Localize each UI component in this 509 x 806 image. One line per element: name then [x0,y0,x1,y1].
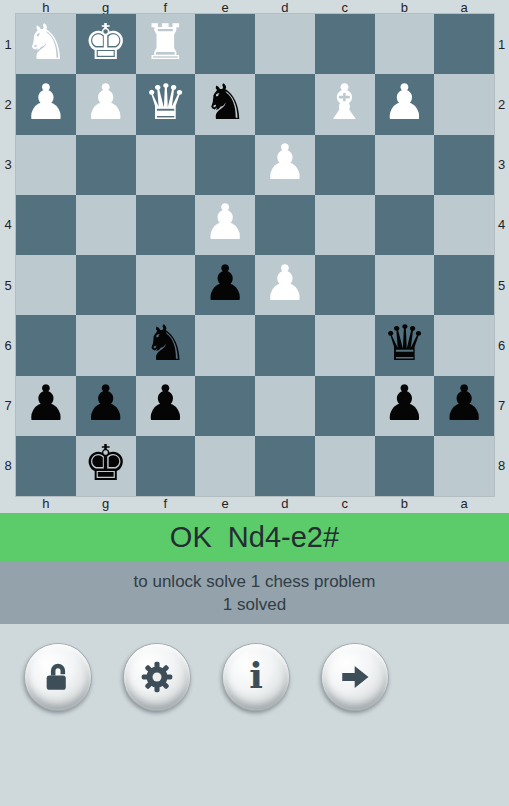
square-h3[interactable] [16,135,76,195]
file-label-h: h [16,0,76,15]
square-e7[interactable] [195,376,255,436]
unlock-button[interactable] [25,644,91,710]
piece-black-pawn: ♟ [24,379,68,428]
rank-label-1: 1 [0,14,16,74]
rank-labels-right: 12345678 [494,14,509,496]
square-f1[interactable]: ♜ [136,14,196,74]
piece-black-pawn: ♟ [143,379,187,428]
rank-label-7: 7 [0,376,16,436]
piece-black-pawn: ♟ [84,379,128,428]
square-d2[interactable] [255,74,315,134]
square-b3[interactable] [375,135,435,195]
square-g5[interactable] [76,255,136,315]
square-g2[interactable]: ♟ [76,74,136,134]
file-label-b: b [375,496,435,513]
rank-label-8: 8 [0,436,16,496]
rank-label-8: 8 [494,436,509,496]
square-b5[interactable] [375,255,435,315]
piece-white-pawn: ♟ [24,78,68,127]
square-e2[interactable]: ♞ [195,74,255,134]
square-d4[interactable] [255,195,315,255]
square-e6[interactable] [195,315,255,375]
square-b4[interactable] [375,195,435,255]
rank-label-5: 5 [0,255,16,315]
file-label-e: e [195,0,255,15]
board-area: hgfedcba 12345678 ♞♚♜♟♟♛♞♝♟♟♟♟♟♞♛♟♟♟♟♟♚ … [0,0,509,513]
rank-label-2: 2 [494,74,509,134]
square-a2[interactable] [434,74,494,134]
file-label-d: d [255,496,315,513]
piece-white-rook: ♜ [143,18,187,67]
square-e8[interactable] [195,436,255,496]
square-a4[interactable] [434,195,494,255]
info-button[interactable]: i [223,644,289,710]
unlock-icon [41,660,75,694]
square-f7[interactable]: ♟ [136,376,196,436]
square-h1[interactable]: ♞ [16,14,76,74]
square-c8[interactable] [315,436,375,496]
square-f6[interactable]: ♞ [136,315,196,375]
square-g6[interactable] [76,315,136,375]
piece-black-queen: ♛ [382,319,426,368]
file-label-b: b [375,0,435,15]
rank-label-6: 6 [494,315,509,375]
square-e1[interactable] [195,14,255,74]
square-f4[interactable] [136,195,196,255]
rank-label-1: 1 [494,14,509,74]
square-h6[interactable] [16,315,76,375]
square-a7[interactable]: ♟ [434,376,494,436]
square-h5[interactable] [16,255,76,315]
move-result-banner: OK Nd4-e2# [0,513,509,561]
square-f8[interactable] [136,436,196,496]
piece-white-bishop: ♝ [323,78,367,127]
square-f2[interactable]: ♛ [136,74,196,134]
square-h2[interactable]: ♟ [16,74,76,134]
file-labels-top: hgfedcba [16,0,494,14]
file-label-d: d [255,0,315,15]
square-c2[interactable]: ♝ [315,74,375,134]
square-a8[interactable] [434,436,494,496]
square-d5[interactable]: ♟ [255,255,315,315]
square-b6[interactable]: ♛ [375,315,435,375]
square-c1[interactable] [315,14,375,74]
file-label-g: g [76,496,136,513]
square-h4[interactable] [16,195,76,255]
piece-white-queen: ♛ [143,78,187,127]
square-e4[interactable]: ♟ [195,195,255,255]
square-c4[interactable] [315,195,375,255]
file-label-c: c [315,0,375,15]
piece-black-knight: ♞ [143,319,187,368]
piece-white-knight: ♞ [24,18,68,67]
square-d3[interactable]: ♟ [255,135,315,195]
square-g4[interactable] [76,195,136,255]
piece-black-king: ♚ [84,439,128,488]
piece-white-pawn: ♟ [263,259,307,308]
info-icon: i [249,657,263,693]
file-label-a: a [434,0,494,15]
rank-label-7: 7 [494,376,509,436]
file-label-e: e [195,496,255,513]
piece-white-pawn: ♟ [84,78,128,127]
piece-black-knight: ♞ [203,78,247,127]
file-labels-bottom: hgfedcba [16,496,494,513]
square-d6[interactable] [255,315,315,375]
file-label-g: g [76,0,136,15]
piece-white-pawn: ♟ [203,198,247,247]
square-h7[interactable]: ♟ [16,376,76,436]
rank-label-4: 4 [494,195,509,255]
toolbar: i [0,624,509,710]
square-b1[interactable] [375,14,435,74]
square-c7[interactable] [315,376,375,436]
square-d7[interactable] [255,376,315,436]
square-a3[interactable] [434,135,494,195]
square-g7[interactable]: ♟ [76,376,136,436]
square-a5[interactable] [434,255,494,315]
square-b7[interactable]: ♟ [375,376,435,436]
status-line-1: to unlock solve 1 chess problem [134,570,376,593]
square-a6[interactable] [434,315,494,375]
rank-label-2: 2 [0,74,16,134]
file-label-f: f [136,0,196,15]
settings-button[interactable] [124,644,190,710]
chess-board[interactable]: ♞♚♜♟♟♛♞♝♟♟♟♟♟♞♛♟♟♟♟♟♚ [16,14,494,496]
square-f3[interactable] [136,135,196,195]
square-g1[interactable]: ♚ [76,14,136,74]
rank-label-4: 4 [0,195,16,255]
piece-white-pawn: ♟ [263,138,307,187]
piece-white-pawn: ♟ [382,78,426,127]
file-label-h: h [16,496,76,513]
square-g8[interactable]: ♚ [76,436,136,496]
square-b8[interactable] [375,436,435,496]
piece-black-pawn: ♟ [442,379,486,428]
file-label-a: a [434,496,494,513]
rank-label-3: 3 [0,135,16,195]
square-g3[interactable] [76,135,136,195]
arrow-right-icon [337,659,373,695]
next-button[interactable] [322,644,388,710]
square-d1[interactable] [255,14,315,74]
piece-black-pawn: ♟ [203,259,247,308]
square-c6[interactable] [315,315,375,375]
status-line-2: 1 solved [223,593,286,616]
square-c3[interactable] [315,135,375,195]
status-panel: to unlock solve 1 chess problem 1 solved [0,561,509,624]
square-a1[interactable] [434,14,494,74]
rank-label-5: 5 [494,255,509,315]
rank-label-6: 6 [0,315,16,375]
gear-icon [139,659,175,695]
square-f5[interactable] [136,255,196,315]
file-label-c: c [315,496,375,513]
square-d8[interactable] [255,436,315,496]
rank-label-3: 3 [494,135,509,195]
square-h8[interactable] [16,436,76,496]
piece-black-pawn: ♟ [382,379,426,428]
rank-labels-left: 12345678 [0,14,16,496]
file-label-f: f [136,496,196,513]
move-result-text: OK Nd4-e2# [170,521,339,554]
square-e3[interactable] [195,135,255,195]
square-c5[interactable] [315,255,375,315]
square-e5[interactable]: ♟ [195,255,255,315]
piece-white-king: ♚ [84,18,128,67]
square-b2[interactable]: ♟ [375,74,435,134]
